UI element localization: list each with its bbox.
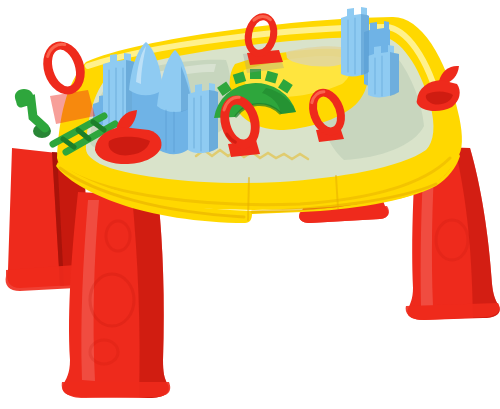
- play-table-illustration: [0, 0, 500, 409]
- leg-front-left-foot: [62, 382, 171, 398]
- leg-front-left: [62, 192, 171, 398]
- crank-water-wheel: [15, 89, 51, 138]
- product-photo: [0, 0, 500, 409]
- castle-tower-2-shade: [209, 90, 218, 152]
